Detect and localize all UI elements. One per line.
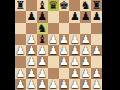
square-f1[interactable]: ♟	[69, 79, 80, 90]
white-pawn: ♟	[26, 68, 36, 79]
square-c3[interactable]: ♟	[37, 56, 48, 67]
square-g6[interactable]	[80, 23, 91, 34]
white-pawn: ♟	[59, 34, 69, 45]
square-d6[interactable]	[48, 23, 59, 34]
square-e4[interactable]: ♟	[59, 45, 70, 56]
square-b3[interactable]: ♟	[26, 56, 37, 67]
black-king: ♚	[59, 0, 69, 11]
white-pawn: ♟	[92, 68, 102, 79]
square-g2[interactable]: ♟	[80, 68, 91, 79]
square-c4[interactable]: ♟	[37, 45, 48, 56]
square-b6[interactable]	[26, 23, 37, 34]
black-bishop: ♝	[37, 0, 47, 11]
square-g3[interactable]: ♟	[80, 56, 91, 67]
black-knight: ♞	[37, 23, 47, 34]
white-pawn: ♟	[81, 68, 91, 79]
white-pawn: ♟	[37, 79, 47, 90]
white-pawn: ♟	[92, 79, 102, 90]
white-pawn: ♟	[16, 45, 26, 56]
black-rook: ♜	[92, 0, 102, 11]
square-b1[interactable]: ♟	[26, 79, 37, 90]
square-h7[interactable]: ♟	[91, 11, 102, 22]
square-g7[interactable]: ♟	[80, 11, 91, 22]
white-pawn: ♟	[70, 79, 80, 90]
white-pawn: ♟	[81, 56, 91, 67]
square-b4[interactable]: ♟	[26, 45, 37, 56]
white-pawn: ♟	[26, 34, 36, 45]
white-pawn: ♟	[70, 68, 80, 79]
square-e6[interactable]	[59, 23, 70, 34]
square-h3[interactable]	[91, 56, 102, 67]
black-pawn: ♟	[37, 11, 47, 22]
square-c6[interactable]: ♞	[37, 23, 48, 34]
square-e2[interactable]	[59, 68, 70, 79]
square-e1[interactable]: ♟	[59, 79, 70, 90]
square-d7[interactable]	[48, 11, 59, 22]
white-pawn: ♟	[26, 79, 36, 90]
square-h5[interactable]	[91, 34, 102, 45]
square-f2[interactable]: ♟	[69, 68, 80, 79]
square-a4[interactable]: ♟	[15, 45, 26, 56]
white-pawn: ♟	[16, 68, 26, 79]
square-a1[interactable]: ♟	[15, 79, 26, 90]
square-a7[interactable]	[15, 11, 26, 22]
square-h2[interactable]: ♟	[91, 68, 102, 79]
white-pawn: ♟	[70, 34, 80, 45]
letterbox-left	[0, 0, 15, 90]
square-b5[interactable]: ♟	[26, 34, 37, 45]
white-pawn: ♟	[59, 56, 69, 67]
white-pawn: ♟	[59, 79, 69, 90]
square-e5[interactable]: ♟	[59, 34, 70, 45]
black-pawn: ♟	[26, 11, 36, 22]
black-knight: ♞	[81, 0, 91, 11]
black-pawn: ♟	[92, 11, 102, 22]
video-frame: ♜♝♛♚♞♜♟♟♟♟♟♞♟♝♟♟♟♟♟♟♟♟♟♟♟♟♟♟♟♟♟♟♟♟♟♟♟♟♟♟…	[0, 0, 120, 90]
square-a6[interactable]	[15, 23, 26, 34]
white-pawn: ♟	[59, 45, 69, 56]
white-pawn: ♟	[70, 45, 80, 56]
chess-board: ♜♝♛♚♞♜♟♟♟♟♟♞♟♝♟♟♟♟♟♟♟♟♟♟♟♟♟♟♟♟♟♟♟♟♟♟♟♟♟♟…	[15, 0, 102, 90]
square-f5[interactable]: ♟	[69, 34, 80, 45]
square-a8[interactable]: ♜	[15, 0, 26, 11]
black-pawn: ♟	[70, 11, 80, 22]
square-f6[interactable]	[69, 23, 80, 34]
square-c5[interactable]: ♝	[37, 34, 48, 45]
white-pawn: ♟	[37, 45, 47, 56]
square-b8[interactable]	[26, 0, 37, 11]
square-a2[interactable]: ♟	[15, 68, 26, 79]
black-queen: ♛	[48, 0, 58, 11]
square-e3[interactable]: ♟	[59, 56, 70, 67]
square-e7[interactable]	[59, 11, 70, 22]
square-d5[interactable]: ♟	[48, 34, 59, 45]
square-g4[interactable]: ♟	[80, 45, 91, 56]
square-e8[interactable]: ♚	[59, 0, 70, 11]
white-pawn: ♟	[26, 56, 36, 67]
square-f4[interactable]: ♟	[69, 45, 80, 56]
square-b7[interactable]: ♟	[26, 11, 37, 22]
square-b2[interactable]: ♟	[26, 68, 37, 79]
square-h4[interactable]: ♟	[91, 45, 102, 56]
white-pawn: ♟	[81, 45, 91, 56]
square-c7[interactable]: ♟	[37, 11, 48, 22]
black-rook: ♜	[16, 0, 26, 11]
white-pawn: ♟	[37, 56, 47, 67]
square-c1[interactable]: ♟	[37, 79, 48, 90]
square-h6[interactable]	[91, 23, 102, 34]
white-pawn: ♟	[48, 34, 58, 45]
square-g5[interactable]: ♟	[80, 34, 91, 45]
square-a3[interactable]	[15, 56, 26, 67]
white-pawn: ♟	[92, 45, 102, 56]
square-g1[interactable]: ♟	[80, 79, 91, 90]
white-pawn: ♟	[48, 79, 58, 90]
square-h8[interactable]: ♜	[91, 0, 102, 11]
square-c2[interactable]: ♟	[37, 68, 48, 79]
white-pawn: ♟	[81, 34, 91, 45]
white-pawn: ♟	[26, 45, 36, 56]
white-pawn: ♟	[48, 45, 58, 56]
white-pawn: ♟	[37, 68, 47, 79]
square-f3[interactable]: ♟	[69, 56, 80, 67]
white-pawn: ♟	[16, 79, 26, 90]
square-f8[interactable]	[69, 0, 80, 11]
square-a5[interactable]	[15, 34, 26, 45]
square-f7[interactable]: ♟	[69, 11, 80, 22]
white-pawn: ♟	[81, 79, 91, 90]
square-h1[interactable]: ♟	[91, 79, 102, 90]
square-d4[interactable]: ♟	[48, 45, 59, 56]
square-d1[interactable]: ♟	[48, 79, 59, 90]
square-d8[interactable]: ♛	[48, 0, 59, 11]
square-d3[interactable]	[48, 56, 59, 67]
letterbox-right	[102, 0, 120, 90]
black-pawn: ♟	[81, 11, 91, 22]
square-c8[interactable]: ♝	[37, 0, 48, 11]
white-pawn: ♟	[70, 56, 80, 67]
square-d2[interactable]	[48, 68, 59, 79]
black-bishop: ♝	[37, 34, 47, 45]
square-g8[interactable]: ♞	[80, 0, 91, 11]
